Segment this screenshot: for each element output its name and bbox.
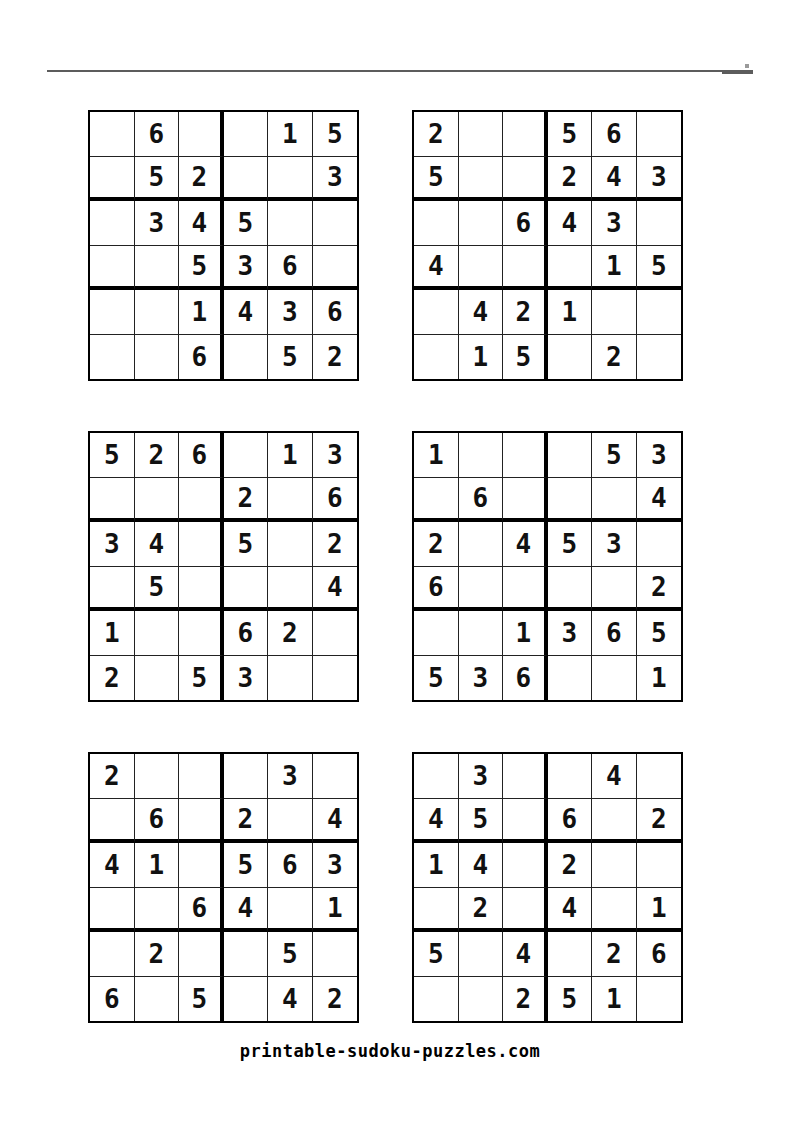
- sudoku-cell-r3c3: 4: [179, 201, 224, 246]
- sudoku-cell-r4c1: 6: [414, 567, 459, 612]
- sudoku-cell-r5c1: [414, 611, 459, 656]
- sudoku-cell-r2c2: [459, 157, 504, 202]
- sudoku-cell-r1c5: 3: [268, 754, 313, 799]
- sudoku-cell-r3c6: [313, 201, 358, 246]
- sudoku-cell-r6c5: 2: [592, 335, 637, 380]
- sudoku-cell-r3c6: 2: [313, 522, 358, 567]
- sudoku-cell-r5c1: [90, 290, 135, 335]
- sudoku-cell-r4c1: 4: [414, 246, 459, 291]
- sudoku-cell-r1c5: 1: [268, 433, 313, 478]
- sudoku-cell-r6c4: 5: [548, 977, 593, 1022]
- sudoku-cell-r2c6: 3: [637, 157, 682, 202]
- sudoku-cell-r3c5: [268, 522, 313, 567]
- sudoku-cell-r6c4: [548, 335, 593, 380]
- sudoku-cell-r3c1: 1: [414, 843, 459, 888]
- sudoku-cell-r6c1: 5: [414, 656, 459, 701]
- sudoku-cell-r4c6: 1: [313, 888, 358, 933]
- sudoku-cell-r2c5: [592, 799, 637, 844]
- sudoku-cell-r1c4: 5: [548, 112, 593, 157]
- sudoku-cell-r3c1: 2: [414, 522, 459, 567]
- sudoku-cell-r6c5: 1: [592, 977, 637, 1022]
- sudoku-cell-r5c5: 5: [268, 932, 313, 977]
- sudoku-cell-r6c4: [224, 977, 269, 1022]
- sudoku-cell-r1c2: 3: [459, 754, 504, 799]
- sudoku-cell-r5c6: 6: [637, 932, 682, 977]
- sudoku-cell-r5c3: 1: [503, 611, 548, 656]
- sudoku-cell-r5c2: [459, 611, 504, 656]
- sudoku-cell-r5c4: [224, 932, 269, 977]
- sudoku-cell-r2c1: 5: [414, 157, 459, 202]
- sudoku-cell-r5c6: 6: [313, 290, 358, 335]
- sudoku-cell-r6c5: [592, 656, 637, 701]
- sudoku-cell-r1c5: 5: [592, 433, 637, 478]
- sudoku-cell-r5c5: [592, 290, 637, 335]
- sudoku-cell-r6c3: 5: [179, 656, 224, 701]
- sudoku-cell-r5c5: 2: [268, 611, 313, 656]
- sudoku-cell-r3c1: [90, 201, 135, 246]
- sudoku-cell-r3c5: [268, 201, 313, 246]
- sudoku-cell-r3c3: [179, 843, 224, 888]
- sudoku-cell-r5c5: 3: [268, 290, 313, 335]
- sudoku-cell-r1c6: 5: [313, 112, 358, 157]
- sudoku-cell-r2c2: 6: [459, 478, 504, 523]
- sudoku-cell-r3c5: [592, 843, 637, 888]
- sudoku-cell-r5c2: 2: [135, 932, 180, 977]
- sudoku-cell-r3c4: 2: [548, 843, 593, 888]
- sudoku-cell-r2c1: 4: [414, 799, 459, 844]
- sudoku-board-bottom-left: 2362441563641256542: [88, 752, 359, 1023]
- sudoku-cell-r5c2: 4: [459, 290, 504, 335]
- sudoku-cell-r3c5: 3: [592, 201, 637, 246]
- sudoku-cell-r3c4: 5: [224, 843, 269, 888]
- sudoku-cell-r3c2: 4: [135, 522, 180, 567]
- sudoku-cell-r1c5: 6: [592, 112, 637, 157]
- sudoku-cell-r3c4: 5: [224, 522, 269, 567]
- sudoku-cell-r3c5: 3: [592, 522, 637, 567]
- sudoku-cell-r5c4: [548, 932, 593, 977]
- sudoku-cell-r3c3: [503, 843, 548, 888]
- sudoku-cell-r5c6: [313, 932, 358, 977]
- sudoku-cell-r2c4: 2: [224, 478, 269, 523]
- sudoku-cell-r1c3: [503, 433, 548, 478]
- sudoku-cell-r1c1: 5: [90, 433, 135, 478]
- sudoku-cell-r2c4: [548, 478, 593, 523]
- sudoku-cell-r3c6: [637, 843, 682, 888]
- sudoku-cell-r6c1: 2: [90, 656, 135, 701]
- sudoku-cell-r4c4: [548, 246, 593, 291]
- sudoku-cell-r6c5: [268, 656, 313, 701]
- sudoku-cell-r1c2: 6: [135, 112, 180, 157]
- sudoku-cell-r2c6: 2: [637, 799, 682, 844]
- sudoku-board-top-right: 2565243643415421152: [412, 110, 683, 381]
- sudoku-cell-r1c5: 1: [268, 112, 313, 157]
- sudoku-cell-r2c5: [268, 478, 313, 523]
- sudoku-cell-r3c3: 6: [503, 201, 548, 246]
- sudoku-cell-r4c5: [268, 888, 313, 933]
- sudoku-cell-r6c6: [313, 656, 358, 701]
- sudoku-cell-r3c6: [637, 201, 682, 246]
- sudoku-cell-r5c1: 5: [414, 932, 459, 977]
- sudoku-cell-r5c3: [179, 611, 224, 656]
- sudoku-cell-r5c4: 3: [548, 611, 593, 656]
- sudoku-cell-r5c3: 1: [179, 290, 224, 335]
- sudoku-cell-r3c2: 4: [459, 843, 504, 888]
- sudoku-cell-r3c3: 4: [503, 522, 548, 567]
- sudoku-cell-r1c4: [224, 754, 269, 799]
- sudoku-cell-r4c4: [224, 567, 269, 612]
- sudoku-cell-r5c6: [637, 290, 682, 335]
- sudoku-cell-r2c2: [135, 478, 180, 523]
- sudoku-cell-r6c2: [459, 977, 504, 1022]
- sudoku-cell-r1c6: [637, 754, 682, 799]
- sudoku-cell-r4c6: 4: [313, 567, 358, 612]
- sudoku-cell-r4c5: [592, 567, 637, 612]
- sudoku-cell-r2c5: [592, 478, 637, 523]
- sudoku-cell-r4c1: [90, 567, 135, 612]
- sudoku-cell-r3c2: [459, 522, 504, 567]
- sudoku-cell-r1c6: [313, 754, 358, 799]
- sudoku-cell-r4c5: [592, 888, 637, 933]
- sudoku-cell-r1c3: [179, 754, 224, 799]
- sudoku-cell-r2c4: 6: [548, 799, 593, 844]
- sudoku-cell-r4c3: [179, 567, 224, 612]
- sudoku-cell-r4c3: [503, 567, 548, 612]
- sudoku-cell-r2c5: [268, 157, 313, 202]
- sudoku-cell-r3c4: 4: [548, 201, 593, 246]
- sudoku-cell-r3c1: 4: [90, 843, 135, 888]
- sudoku-cell-r4c2: [135, 246, 180, 291]
- sudoku-cell-r4c6: 2: [637, 567, 682, 612]
- sudoku-cell-r4c2: 2: [459, 888, 504, 933]
- sudoku-cell-r6c1: [90, 335, 135, 380]
- sudoku-cell-r6c6: 2: [313, 335, 358, 380]
- sudoku-cell-r3c6: [637, 522, 682, 567]
- sudoku-cell-r3c4: 5: [548, 522, 593, 567]
- sudoku-cell-r6c3: 6: [503, 656, 548, 701]
- sudoku-cell-r2c6: 4: [637, 478, 682, 523]
- sudoku-cell-r6c1: [414, 977, 459, 1022]
- sudoku-cell-r5c1: 1: [90, 611, 135, 656]
- sudoku-cell-r1c5: 4: [592, 754, 637, 799]
- sudoku-cell-r5c6: [313, 611, 358, 656]
- sudoku-cell-r4c4: 3: [224, 246, 269, 291]
- sudoku-cell-r1c2: [459, 433, 504, 478]
- sudoku-cell-r4c3: [503, 246, 548, 291]
- sudoku-cell-r3c3: [179, 522, 224, 567]
- sudoku-cell-r2c1: [90, 157, 135, 202]
- sudoku-cell-r1c3: [503, 112, 548, 157]
- sudoku-cell-r1c6: 3: [313, 433, 358, 478]
- sudoku-cell-r4c3: [503, 888, 548, 933]
- sudoku-cell-r6c4: [224, 335, 269, 380]
- sudoku-cell-r6c5: 5: [268, 335, 313, 380]
- sudoku-cell-r6c2: 3: [459, 656, 504, 701]
- footer-site-url: printable-sudoku-puzzles.com: [0, 1041, 780, 1061]
- sudoku-cell-r1c1: [414, 754, 459, 799]
- sudoku-cell-r6c2: [135, 656, 180, 701]
- sudoku-cell-r6c3: 5: [503, 335, 548, 380]
- sudoku-cell-r2c5: [268, 799, 313, 844]
- sudoku-cell-r5c4: 6: [224, 611, 269, 656]
- sudoku-cell-r6c4: [548, 656, 593, 701]
- header-rule-dot: [745, 64, 749, 68]
- sudoku-cell-r3c4: 5: [224, 201, 269, 246]
- sudoku-cell-r1c3: [503, 754, 548, 799]
- sudoku-cell-r3c6: 3: [313, 843, 358, 888]
- sudoku-cell-r6c3: 6: [179, 335, 224, 380]
- sudoku-cell-r5c2: [135, 290, 180, 335]
- sudoku-cell-r4c2: [459, 246, 504, 291]
- sudoku-cell-r2c2: 5: [459, 799, 504, 844]
- sudoku-cell-r1c4: [548, 433, 593, 478]
- sudoku-cell-r1c1: 2: [414, 112, 459, 157]
- sudoku-cell-r4c4: 4: [224, 888, 269, 933]
- sudoku-cell-r1c2: 2: [135, 433, 180, 478]
- sudoku-cell-r2c1: [414, 478, 459, 523]
- sudoku-cell-r2c3: [503, 157, 548, 202]
- sudoku-cell-r2c6: 3: [313, 157, 358, 202]
- sudoku-board-bottom-right: 3445621422415426251: [412, 752, 683, 1023]
- sudoku-cell-r1c4: [548, 754, 593, 799]
- sudoku-cell-r6c2: [135, 335, 180, 380]
- sudoku-board-middle-left: 5261326345254162253: [88, 431, 359, 702]
- sudoku-cell-r5c6: 5: [637, 611, 682, 656]
- sudoku-cell-r3c2: 1: [135, 843, 180, 888]
- sudoku-cell-r4c6: [313, 246, 358, 291]
- sudoku-cell-r2c3: [503, 799, 548, 844]
- sudoku-cell-r5c2: [135, 611, 180, 656]
- sudoku-cell-r3c2: 3: [135, 201, 180, 246]
- sudoku-cell-r1c3: 6: [179, 433, 224, 478]
- sudoku-cell-r5c1: [90, 932, 135, 977]
- sudoku-cell-r2c3: [179, 799, 224, 844]
- sudoku-cell-r2c6: 4: [313, 799, 358, 844]
- sudoku-cell-r6c3: 5: [179, 977, 224, 1022]
- sudoku-cell-r4c2: [135, 888, 180, 933]
- sudoku-cell-r5c2: [459, 932, 504, 977]
- sudoku-cell-r1c2: [135, 754, 180, 799]
- header-rule: [47, 70, 753, 72]
- sudoku-cell-r2c6: 6: [313, 478, 358, 523]
- sudoku-board-top-left: 6155233455361436652: [88, 110, 359, 381]
- sudoku-cell-r2c3: [503, 478, 548, 523]
- sudoku-cell-r4c3: 6: [179, 888, 224, 933]
- sudoku-cell-r4c2: 5: [135, 567, 180, 612]
- sudoku-cell-r1c6: 3: [637, 433, 682, 478]
- sudoku-cell-r2c4: [224, 157, 269, 202]
- sudoku-cell-r1c1: 2: [90, 754, 135, 799]
- sudoku-cell-r2c3: [179, 478, 224, 523]
- sudoku-cell-r4c2: [459, 567, 504, 612]
- sudoku-cell-r4c4: [548, 567, 593, 612]
- sudoku-cell-r5c1: [414, 290, 459, 335]
- sudoku-cell-r1c4: [224, 112, 269, 157]
- sudoku-cell-r2c5: 4: [592, 157, 637, 202]
- sudoku-cell-r5c5: 6: [592, 611, 637, 656]
- sudoku-cell-r4c5: 1: [592, 246, 637, 291]
- sudoku-cell-r1c2: [459, 112, 504, 157]
- sudoku-cell-r1c6: [637, 112, 682, 157]
- sudoku-cell-r3c2: [459, 201, 504, 246]
- sudoku-board-middle-right: 1536424536213655361: [412, 431, 683, 702]
- sudoku-sheet: 6155233455361436652 2565243643415421152 …: [88, 110, 684, 1023]
- sudoku-cell-r6c1: 6: [90, 977, 135, 1022]
- sudoku-cell-r5c3: 4: [503, 932, 548, 977]
- sudoku-cell-r6c4: 3: [224, 656, 269, 701]
- sudoku-cell-r1c1: 1: [414, 433, 459, 478]
- sudoku-cell-r6c1: [414, 335, 459, 380]
- sudoku-cell-r2c1: [90, 799, 135, 844]
- sudoku-cell-r3c1: 3: [90, 522, 135, 567]
- sudoku-cell-r5c5: 2: [592, 932, 637, 977]
- sudoku-cell-r6c2: [135, 977, 180, 1022]
- sudoku-cell-r5c4: 4: [224, 290, 269, 335]
- sudoku-cell-r4c1: [90, 246, 135, 291]
- sudoku-cell-r4c6: 5: [637, 246, 682, 291]
- sudoku-cell-r1c1: [90, 112, 135, 157]
- sudoku-cell-r5c3: [179, 932, 224, 977]
- header-rule-end-segment: [722, 72, 753, 74]
- sudoku-cell-r2c2: 5: [135, 157, 180, 202]
- sudoku-cell-r4c5: 6: [268, 246, 313, 291]
- sudoku-cell-r6c3: 2: [503, 977, 548, 1022]
- sudoku-cell-r2c4: 2: [224, 799, 269, 844]
- sudoku-cell-r1c4: [224, 433, 269, 478]
- sudoku-cell-r6c6: 1: [637, 656, 682, 701]
- sudoku-cell-r2c2: 6: [135, 799, 180, 844]
- sudoku-cell-r4c4: 4: [548, 888, 593, 933]
- sudoku-cell-r2c3: 2: [179, 157, 224, 202]
- sudoku-cell-r6c6: [637, 977, 682, 1022]
- sudoku-cell-r3c1: [414, 201, 459, 246]
- sudoku-cell-r4c1: [414, 888, 459, 933]
- sudoku-cell-r6c6: [637, 335, 682, 380]
- sudoku-cell-r4c1: [90, 888, 135, 933]
- sudoku-cell-r6c2: 1: [459, 335, 504, 380]
- sudoku-cell-r3c5: 6: [268, 843, 313, 888]
- sudoku-cell-r5c4: 1: [548, 290, 593, 335]
- sudoku-cell-r2c1: [90, 478, 135, 523]
- sudoku-cell-r6c5: 4: [268, 977, 313, 1022]
- sudoku-cell-r6c6: 2: [313, 977, 358, 1022]
- sudoku-cell-r2c4: 2: [548, 157, 593, 202]
- sudoku-cell-r5c3: 2: [503, 290, 548, 335]
- sudoku-cell-r4c6: 1: [637, 888, 682, 933]
- sudoku-cell-r4c3: 5: [179, 246, 224, 291]
- sudoku-cell-r4c5: [268, 567, 313, 612]
- sudoku-cell-r1c3: [179, 112, 224, 157]
